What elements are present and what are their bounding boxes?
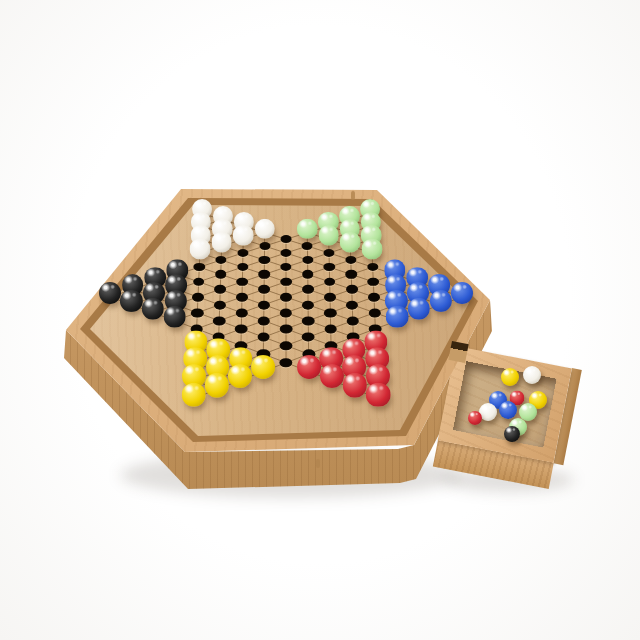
marble-yellow[interactable] [251,356,275,380]
marble-yellow[interactable] [205,373,229,397]
marble-yellow[interactable] [181,382,206,407]
chinese-checkers-product-photo [0,0,640,640]
marble-red[interactable] [343,373,367,397]
marble-black[interactable] [142,297,164,319]
marble-red[interactable] [320,364,344,388]
marble-yellow[interactable] [228,364,252,388]
marble-black[interactable] [163,305,186,328]
marble-green[interactable] [318,225,339,246]
marble-blue[interactable] [451,282,473,304]
marble-blue[interactable] [430,290,452,312]
marble-white[interactable] [255,218,275,238]
marble-green[interactable] [297,218,317,238]
marble-red[interactable] [297,356,321,380]
marble-black[interactable] [99,282,121,304]
marble-green[interactable] [362,239,383,260]
board-marbles-layer [0,0,640,640]
marble-black[interactable] [120,290,142,312]
marble-white[interactable] [189,239,210,260]
marble-red[interactable] [366,382,391,407]
marble-blue[interactable] [386,305,409,328]
marble-green[interactable] [340,232,361,253]
marble-white[interactable] [233,225,254,246]
marble-blue[interactable] [408,297,430,319]
marble-white[interactable] [211,232,232,253]
